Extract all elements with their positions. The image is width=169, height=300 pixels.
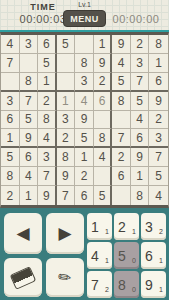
cell-r3c6[interactable]: 2 [94, 73, 113, 92]
cell-r6c5[interactable]: 5 [75, 129, 94, 148]
cell-r3c7[interactable]: 5 [112, 73, 131, 92]
remaining-count: 1 [105, 257, 109, 264]
cell-r6c3[interactable]: 4 [38, 129, 57, 148]
cell-r8c9[interactable]: 5 [149, 167, 168, 186]
cell-r9c7[interactable] [112, 186, 131, 205]
pencil-icon: ✏ [57, 269, 73, 287]
cell-r9c4[interactable]: 7 [57, 186, 76, 205]
cell-r4c7[interactable]: 8 [112, 92, 131, 111]
cell-r3c4[interactable] [57, 73, 76, 92]
cell-r9c6[interactable]: 5 [94, 186, 113, 205]
cell-r2c4[interactable] [57, 54, 76, 73]
cell-r2c8[interactable]: 3 [131, 54, 150, 73]
cell-r9c5[interactable]: 6 [75, 186, 94, 205]
numpad-digit: 5 [118, 247, 126, 263]
next-button[interactable]: ▶ [46, 213, 84, 254]
numpad-button-4[interactable]: 41 [87, 242, 112, 269]
numpad-button-3[interactable]: 32 [141, 213, 166, 240]
cell-r4c4[interactable]: 1 [57, 92, 76, 111]
cell-r7c6[interactable]: 4 [94, 148, 113, 167]
remaining-count: 1 [105, 228, 109, 235]
cell-r5c7[interactable] [112, 111, 131, 130]
cell-r9c3[interactable]: 9 [38, 186, 57, 205]
numpad-digit: 2 [118, 218, 126, 234]
numpad-digit: 6 [145, 247, 153, 263]
cell-r7c3[interactable]: 3 [38, 148, 57, 167]
cell-r8c2[interactable]: 4 [20, 167, 39, 186]
cell-r1c6[interactable]: 1 [94, 35, 113, 54]
cell-r6c2[interactable]: 9 [20, 129, 39, 148]
cell-r7c2[interactable]: 6 [20, 148, 39, 167]
arrow-right-icon: ▶ [58, 225, 71, 242]
eraser-icon [10, 266, 37, 290]
cell-r4c5[interactable]: 4 [75, 92, 94, 111]
cell-r3c8[interactable]: 7 [131, 73, 150, 92]
cell-r5c1[interactable]: 6 [1, 111, 20, 130]
menu-button[interactable]: MENU [63, 10, 106, 27]
numpad-digit: 3 [145, 218, 153, 234]
cell-r6c1[interactable]: 1 [1, 129, 20, 148]
cell-r2c9[interactable]: 1 [149, 54, 168, 73]
cell-r4c6[interactable]: 6 [94, 92, 113, 111]
cell-r4c9[interactable]: 9 [149, 92, 168, 111]
cell-r8c6[interactable] [94, 167, 113, 186]
cell-r5c6[interactable] [94, 111, 113, 130]
cell-r4c8[interactable]: 5 [131, 92, 150, 111]
cell-r9c9[interactable]: 4 [149, 186, 168, 205]
cell-r5c3[interactable]: 8 [38, 111, 57, 130]
cell-r7c8[interactable]: 9 [131, 148, 150, 167]
numpad: 112132415061728091 [87, 213, 166, 298]
numpad-button-8[interactable]: 80 [114, 271, 139, 298]
cell-r7c1[interactable]: 5 [1, 148, 20, 167]
cell-r9c1[interactable]: 2 [1, 186, 20, 205]
cell-r2c3[interactable]: 5 [38, 54, 57, 73]
cell-r1c5[interactable] [75, 35, 94, 54]
control-panel: ◀ ▶ ✏ 112132415061728091 [0, 208, 169, 300]
cell-r1c1[interactable]: 4 [1, 35, 20, 54]
cell-r8c8[interactable]: 1 [131, 167, 150, 186]
cell-r8c5[interactable]: 2 [75, 167, 94, 186]
cell-r7c5[interactable]: 1 [75, 148, 94, 167]
remaining-count: 2 [159, 228, 163, 235]
cell-r2c7[interactable]: 4 [112, 54, 131, 73]
cell-r1c7[interactable]: 9 [112, 35, 131, 54]
cell-r5c8[interactable]: 4 [131, 111, 150, 130]
cell-r7c7[interactable]: 2 [112, 148, 131, 167]
cell-r4c3[interactable]: 2 [38, 92, 57, 111]
secondary-time-value: 00:00:00 [105, 13, 167, 25]
remaining-count: 0 [132, 257, 136, 264]
cell-r1c8[interactable]: 2 [131, 35, 150, 54]
numpad-digit: 8 [118, 276, 126, 292]
cell-r2c2[interactable] [20, 54, 39, 73]
numpad-button-6[interactable]: 61 [141, 242, 166, 269]
eraser-button[interactable] [4, 258, 42, 297]
cell-r4c1[interactable]: 3 [1, 92, 20, 111]
cell-r3c1[interactable] [1, 73, 20, 92]
cell-r1c4[interactable]: 5 [57, 35, 76, 54]
numpad-digit: 9 [145, 276, 153, 292]
remaining-count: 1 [159, 286, 163, 293]
sudoku-board: 4365192875894318132576372146859658394219… [0, 32, 169, 208]
cell-r1c9[interactable]: 8 [149, 35, 168, 54]
cell-r9c2[interactable]: 1 [20, 186, 39, 205]
cell-r3c3[interactable]: 1 [38, 73, 57, 92]
numpad-digit: 7 [91, 276, 99, 292]
numpad-button-2[interactable]: 21 [114, 213, 139, 240]
prev-button[interactable]: ◀ [4, 213, 42, 254]
cell-r5c2[interactable]: 5 [20, 111, 39, 130]
pencil-button[interactable]: ✏ [46, 258, 84, 297]
numpad-button-9[interactable]: 91 [141, 271, 166, 298]
cell-r6c4[interactable]: 2 [57, 129, 76, 148]
cell-r7c4[interactable]: 8 [57, 148, 76, 167]
level-label: Lv.1 [0, 1, 169, 8]
header: TIME 00:00:03 Lv.1 MENU 00:00:00 [0, 0, 169, 30]
cell-r5c9[interactable]: 2 [149, 111, 168, 130]
cell-r6c7[interactable]: 7 [112, 129, 131, 148]
cell-r2c6[interactable]: 9 [94, 54, 113, 73]
cell-r8c4[interactable]: 9 [57, 167, 76, 186]
remaining-count: 1 [159, 257, 163, 264]
remaining-count: 0 [132, 286, 136, 293]
cell-r2c1[interactable]: 7 [1, 54, 20, 73]
cell-r6c6[interactable]: 8 [94, 129, 113, 148]
numpad-button-5[interactable]: 50 [114, 242, 139, 269]
numpad-button-1[interactable]: 11 [87, 213, 112, 240]
cell-r6c8[interactable]: 6 [131, 129, 150, 148]
numpad-digit: 4 [91, 247, 99, 263]
cell-r2c5[interactable]: 8 [75, 54, 94, 73]
sudoku-app-screen: TIME 00:00:03 Lv.1 MENU 00:00:00 4365192… [0, 0, 169, 300]
remaining-count: 1 [132, 228, 136, 235]
cell-r3c2[interactable]: 8 [20, 73, 39, 92]
cell-r8c1[interactable]: 8 [1, 167, 20, 186]
cell-r3c9[interactable]: 6 [149, 73, 168, 92]
remaining-count: 2 [105, 286, 109, 293]
cell-r6c9[interactable]: 3 [149, 129, 168, 148]
cell-r5c5[interactable]: 9 [75, 111, 94, 130]
cell-r1c3[interactable]: 6 [38, 35, 57, 54]
cell-r8c7[interactable]: 6 [112, 167, 131, 186]
cell-r9c8[interactable]: 8 [131, 186, 150, 205]
cell-r5c4[interactable]: 3 [57, 111, 76, 130]
numpad-button-7[interactable]: 72 [87, 271, 112, 298]
numpad-digit: 1 [91, 218, 99, 234]
cell-r8c3[interactable]: 7 [38, 167, 57, 186]
cell-r7c9[interactable]: 7 [149, 148, 168, 167]
cell-r4c2[interactable]: 7 [20, 92, 39, 111]
arrow-left-icon: ◀ [16, 225, 29, 242]
cell-r1c2[interactable]: 3 [20, 35, 39, 54]
cell-r3c5[interactable]: 3 [75, 73, 94, 92]
